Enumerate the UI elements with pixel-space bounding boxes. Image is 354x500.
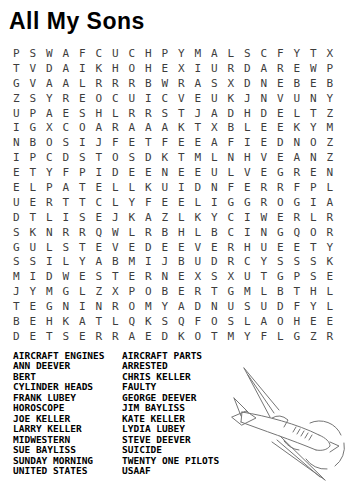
- grid-cell[interactable]: A: [41, 106, 58, 121]
- grid-cell[interactable]: T: [173, 150, 190, 165]
- grid-cell[interactable]: G: [289, 329, 306, 344]
- grid-cell[interactable]: O: [272, 314, 289, 329]
- grid-cell[interactable]: P: [305, 180, 322, 195]
- grid-cell[interactable]: N: [256, 91, 273, 106]
- grid-cell[interactable]: I: [239, 210, 256, 225]
- grid-cell[interactable]: H: [289, 314, 306, 329]
- grid-cell[interactable]: G: [41, 299, 58, 314]
- grid-cell[interactable]: L: [107, 106, 124, 121]
- grid-cell[interactable]: A: [190, 76, 207, 91]
- grid-cell[interactable]: N: [322, 165, 339, 180]
- grid-cell[interactable]: A: [91, 254, 108, 269]
- grid-cell[interactable]: A: [140, 210, 157, 225]
- grid-cell[interactable]: L: [223, 165, 240, 180]
- grid-cell[interactable]: A: [124, 120, 141, 135]
- grid-cell[interactable]: X: [223, 269, 240, 284]
- grid-cell[interactable]: F: [223, 180, 240, 195]
- grid-cell[interactable]: N: [305, 150, 322, 165]
- grid-cell[interactable]: L: [107, 195, 124, 210]
- grid-cell[interactable]: F: [223, 135, 240, 150]
- grid-cell[interactable]: O: [107, 150, 124, 165]
- grid-cell[interactable]: L: [173, 210, 190, 225]
- grid-cell[interactable]: I: [74, 299, 91, 314]
- grid-cell[interactable]: O: [124, 61, 141, 76]
- grid-cell[interactable]: D: [41, 269, 58, 284]
- grid-cell[interactable]: V: [25, 61, 42, 76]
- grid-cell[interactable]: O: [41, 135, 58, 150]
- grid-cell[interactable]: T: [8, 299, 25, 314]
- grid-cell[interactable]: Q: [173, 314, 190, 329]
- grid-cell[interactable]: X: [107, 284, 124, 299]
- grid-cell[interactable]: H: [239, 106, 256, 121]
- grid-cell[interactable]: E: [25, 299, 42, 314]
- grid-cell[interactable]: F: [190, 314, 207, 329]
- grid-cell[interactable]: L: [58, 254, 75, 269]
- grid-cell[interactable]: E: [206, 240, 223, 255]
- grid-cell[interactable]: Z: [157, 210, 174, 225]
- grid-cell[interactable]: A: [206, 135, 223, 150]
- grid-cell[interactable]: D: [190, 180, 207, 195]
- grid-cell[interactable]: F: [140, 195, 157, 210]
- grid-cell[interactable]: T: [25, 165, 42, 180]
- grid-cell[interactable]: B: [223, 120, 240, 135]
- grid-cell[interactable]: U: [190, 254, 207, 269]
- grid-cell[interactable]: S: [157, 314, 174, 329]
- grid-cell[interactable]: Y: [305, 299, 322, 314]
- grid-cell[interactable]: V: [107, 240, 124, 255]
- grid-cell[interactable]: Q: [289, 225, 306, 240]
- grid-cell[interactable]: R: [124, 106, 141, 121]
- grid-cell[interactable]: O: [140, 284, 157, 299]
- grid-cell[interactable]: X: [173, 61, 190, 76]
- grid-cell[interactable]: U: [223, 299, 240, 314]
- grid-cell[interactable]: W: [41, 46, 58, 61]
- grid-cell[interactable]: I: [140, 91, 157, 106]
- grid-cell[interactable]: P: [157, 46, 174, 61]
- grid-cell[interactable]: P: [8, 46, 25, 61]
- grid-cell[interactable]: Z: [322, 135, 339, 150]
- grid-cell[interactable]: R: [140, 225, 157, 240]
- grid-cell[interactable]: N: [223, 150, 240, 165]
- grid-cell[interactable]: I: [91, 165, 108, 180]
- grid-cell[interactable]: Y: [124, 195, 141, 210]
- grid-cell[interactable]: M: [41, 284, 58, 299]
- grid-cell[interactable]: B: [25, 135, 42, 150]
- grid-cell[interactable]: V: [272, 91, 289, 106]
- grid-cell[interactable]: V: [256, 150, 273, 165]
- grid-cell[interactable]: Y: [173, 46, 190, 61]
- grid-cell[interactable]: P: [322, 61, 339, 76]
- grid-cell[interactable]: E: [190, 91, 207, 106]
- grid-cell[interactable]: C: [223, 210, 240, 225]
- grid-cell[interactable]: L: [190, 195, 207, 210]
- grid-cell[interactable]: M: [239, 284, 256, 299]
- grid-cell[interactable]: R: [223, 240, 240, 255]
- grid-cell[interactable]: N: [289, 135, 306, 150]
- grid-cell[interactable]: L: [124, 225, 141, 240]
- grid-cell[interactable]: E: [289, 240, 306, 255]
- grid-cell[interactable]: U: [8, 195, 25, 210]
- grid-cell[interactable]: E: [140, 329, 157, 344]
- grid-cell[interactable]: E: [272, 210, 289, 225]
- grid-cell[interactable]: R: [124, 76, 141, 91]
- grid-cell[interactable]: K: [190, 210, 207, 225]
- grid-cell[interactable]: A: [58, 180, 75, 195]
- grid-cell[interactable]: A: [289, 150, 306, 165]
- grid-cell[interactable]: U: [107, 46, 124, 61]
- grid-cell[interactable]: B: [157, 284, 174, 299]
- grid-cell[interactable]: T: [206, 284, 223, 299]
- grid-cell[interactable]: N: [206, 299, 223, 314]
- grid-cell[interactable]: I: [190, 61, 207, 76]
- grid-cell[interactable]: E: [58, 106, 75, 121]
- grid-cell[interactable]: P: [124, 284, 141, 299]
- grid-cell[interactable]: M: [322, 120, 339, 135]
- grid-cell[interactable]: X: [41, 120, 58, 135]
- grid-cell[interactable]: J: [107, 210, 124, 225]
- grid-cell[interactable]: K: [223, 91, 240, 106]
- grid-cell[interactable]: R: [223, 254, 240, 269]
- grid-cell[interactable]: E: [25, 329, 42, 344]
- grid-cell[interactable]: N: [305, 91, 322, 106]
- grid-cell[interactable]: B: [173, 254, 190, 269]
- grid-cell[interactable]: S: [91, 269, 108, 284]
- grid-cell[interactable]: S: [25, 46, 42, 61]
- grid-cell[interactable]: S: [58, 240, 75, 255]
- grid-cell[interactable]: T: [74, 180, 91, 195]
- grid-cell[interactable]: E: [157, 240, 174, 255]
- grid-cell[interactable]: S: [206, 269, 223, 284]
- grid-cell[interactable]: E: [173, 269, 190, 284]
- grid-cell[interactable]: I: [58, 210, 75, 225]
- grid-cell[interactable]: D: [223, 106, 240, 121]
- grid-cell[interactable]: Y: [206, 210, 223, 225]
- grid-cell[interactable]: E: [305, 314, 322, 329]
- grid-cell[interactable]: E: [74, 329, 91, 344]
- grid-cell[interactable]: A: [256, 61, 273, 76]
- grid-cell[interactable]: M: [190, 46, 207, 61]
- grid-cell[interactable]: Z: [322, 106, 339, 121]
- grid-cell[interactable]: H: [140, 61, 157, 76]
- grid-cell[interactable]: N: [157, 165, 174, 180]
- grid-cell[interactable]: O: [74, 120, 91, 135]
- grid-cell[interactable]: D: [239, 76, 256, 91]
- grid-cell[interactable]: I: [8, 150, 25, 165]
- grid-cell[interactable]: W: [256, 210, 273, 225]
- grid-cell[interactable]: Y: [239, 329, 256, 344]
- grid-cell[interactable]: C: [256, 46, 273, 61]
- grid-cell[interactable]: G: [272, 225, 289, 240]
- grid-cell[interactable]: S: [289, 254, 306, 269]
- grid-cell[interactable]: C: [223, 225, 240, 240]
- grid-cell[interactable]: E: [256, 135, 273, 150]
- grid-cell[interactable]: R: [256, 180, 273, 195]
- grid-cell[interactable]: S: [58, 135, 75, 150]
- grid-cell[interactable]: E: [124, 135, 141, 150]
- grid-cell[interactable]: M: [124, 254, 141, 269]
- grid-cell[interactable]: I: [25, 269, 42, 284]
- grid-cell[interactable]: U: [8, 106, 25, 121]
- grid-cell[interactable]: E: [272, 150, 289, 165]
- grid-cell[interactable]: I: [74, 135, 91, 150]
- grid-cell[interactable]: C: [157, 91, 174, 106]
- grid-cell[interactable]: T: [8, 61, 25, 76]
- grid-cell[interactable]: N: [256, 76, 273, 91]
- grid-cell[interactable]: E: [74, 91, 91, 106]
- grid-cell[interactable]: U: [157, 180, 174, 195]
- grid-cell[interactable]: Y: [322, 91, 339, 106]
- grid-cell[interactable]: F: [58, 165, 75, 180]
- grid-cell[interactable]: N: [206, 180, 223, 195]
- grid-cell[interactable]: B: [206, 225, 223, 240]
- grid-cell[interactable]: Y: [25, 284, 42, 299]
- grid-cell[interactable]: N: [58, 299, 75, 314]
- grid-cell[interactable]: S: [74, 150, 91, 165]
- grid-cell[interactable]: E: [173, 135, 190, 150]
- grid-cell[interactable]: R: [140, 269, 157, 284]
- grid-cell[interactable]: R: [107, 329, 124, 344]
- grid-cell[interactable]: D: [58, 150, 75, 165]
- grid-cell[interactable]: R: [256, 195, 273, 210]
- grid-cell[interactable]: K: [25, 225, 42, 240]
- grid-cell[interactable]: L: [322, 284, 339, 299]
- grid-cell[interactable]: Y: [41, 165, 58, 180]
- grid-cell[interactable]: T: [256, 269, 273, 284]
- grid-cell[interactable]: S: [206, 76, 223, 91]
- grid-cell[interactable]: T: [305, 46, 322, 61]
- grid-cell[interactable]: S: [25, 254, 42, 269]
- grid-cell[interactable]: U: [256, 240, 273, 255]
- grid-cell[interactable]: S: [223, 314, 240, 329]
- grid-cell[interactable]: T: [190, 120, 207, 135]
- grid-cell[interactable]: C: [107, 91, 124, 106]
- grid-cell[interactable]: A: [206, 46, 223, 61]
- grid-cell[interactable]: K: [173, 329, 190, 344]
- grid-cell[interactable]: U: [206, 61, 223, 76]
- grid-cell[interactable]: R: [190, 284, 207, 299]
- grid-cell[interactable]: A: [58, 61, 75, 76]
- grid-cell[interactable]: U: [124, 91, 141, 106]
- grid-cell[interactable]: M: [223, 329, 240, 344]
- grid-cell[interactable]: S: [25, 91, 42, 106]
- grid-cell[interactable]: A: [322, 195, 339, 210]
- grid-cell[interactable]: V: [239, 165, 256, 180]
- grid-cell[interactable]: C: [91, 46, 108, 61]
- grid-cell[interactable]: U: [239, 269, 256, 284]
- grid-cell[interactable]: C: [41, 150, 58, 165]
- grid-cell[interactable]: D: [140, 240, 157, 255]
- grid-cell[interactable]: C: [91, 195, 108, 210]
- grid-cell[interactable]: L: [239, 314, 256, 329]
- grid-cell[interactable]: Y: [41, 91, 58, 106]
- grid-cell[interactable]: B: [272, 284, 289, 299]
- grid-cell[interactable]: H: [140, 46, 157, 61]
- grid-cell[interactable]: L: [25, 180, 42, 195]
- grid-cell[interactable]: L: [305, 210, 322, 225]
- grid-cell[interactable]: D: [239, 61, 256, 76]
- grid-cell[interactable]: Z: [8, 91, 25, 106]
- grid-cell[interactable]: S: [157, 106, 174, 121]
- grid-cell[interactable]: L: [322, 180, 339, 195]
- grid-cell[interactable]: R: [107, 76, 124, 91]
- grid-cell[interactable]: A: [58, 46, 75, 61]
- grid-cell[interactable]: E: [173, 284, 190, 299]
- grid-cell[interactable]: O: [272, 195, 289, 210]
- grid-cell[interactable]: S: [124, 150, 141, 165]
- grid-cell[interactable]: S: [305, 254, 322, 269]
- grid-cell[interactable]: S: [305, 269, 322, 284]
- grid-cell[interactable]: N: [256, 225, 273, 240]
- grid-cell[interactable]: T: [41, 329, 58, 344]
- grid-cell[interactable]: K: [157, 150, 174, 165]
- grid-cell[interactable]: R: [58, 225, 75, 240]
- grid-cell[interactable]: E: [190, 135, 207, 150]
- grid-cell[interactable]: U: [289, 91, 306, 106]
- grid-cell[interactable]: E: [140, 165, 157, 180]
- grid-cell[interactable]: E: [74, 269, 91, 284]
- grid-cell[interactable]: K: [91, 61, 108, 76]
- grid-cell[interactable]: A: [91, 120, 108, 135]
- grid-cell[interactable]: E: [256, 165, 273, 180]
- grid-cell[interactable]: L: [223, 46, 240, 61]
- grid-cell[interactable]: A: [256, 314, 273, 329]
- grid-cell[interactable]: E: [91, 240, 108, 255]
- grid-cell[interactable]: R: [91, 329, 108, 344]
- grid-cell[interactable]: S: [272, 254, 289, 269]
- grid-cell[interactable]: Y: [256, 254, 273, 269]
- grid-cell[interactable]: O: [124, 299, 141, 314]
- grid-cell[interactable]: Y: [157, 299, 174, 314]
- grid-cell[interactable]: D: [8, 210, 25, 225]
- grid-cell[interactable]: R: [140, 106, 157, 121]
- grid-cell[interactable]: J: [91, 135, 108, 150]
- grid-cell[interactable]: R: [173, 76, 190, 91]
- grid-cell[interactable]: D: [157, 329, 174, 344]
- grid-cell[interactable]: S: [8, 254, 25, 269]
- grid-cell[interactable]: E: [25, 195, 42, 210]
- grid-cell[interactable]: F: [74, 46, 91, 61]
- grid-cell[interactable]: L: [74, 76, 91, 91]
- grid-cell[interactable]: L: [74, 284, 91, 299]
- grid-cell[interactable]: R: [91, 76, 108, 91]
- grid-cell[interactable]: O: [305, 225, 322, 240]
- grid-cell[interactable]: S: [58, 329, 75, 344]
- grid-cell[interactable]: E: [322, 269, 339, 284]
- grid-cell[interactable]: Q: [91, 225, 108, 240]
- grid-cell[interactable]: E: [272, 106, 289, 121]
- grid-cell[interactable]: I: [8, 120, 25, 135]
- grid-cell[interactable]: I: [140, 254, 157, 269]
- grid-cell[interactable]: N: [8, 135, 25, 150]
- grid-cell[interactable]: S: [8, 225, 25, 240]
- grid-cell[interactable]: R: [322, 329, 339, 344]
- grid-cell[interactable]: E: [91, 180, 108, 195]
- grid-cell[interactable]: E: [124, 240, 141, 255]
- grid-cell[interactable]: E: [190, 165, 207, 180]
- grid-cell[interactable]: X: [190, 269, 207, 284]
- grid-cell[interactable]: Z: [91, 284, 108, 299]
- grid-cell[interactable]: A: [157, 120, 174, 135]
- grid-cell[interactable]: E: [272, 120, 289, 135]
- grid-cell[interactable]: E: [91, 210, 108, 225]
- grid-cell[interactable]: A: [41, 76, 58, 91]
- grid-cell[interactable]: F: [256, 329, 273, 344]
- grid-cell[interactable]: S: [239, 299, 256, 314]
- grid-cell[interactable]: M: [190, 150, 207, 165]
- grid-cell[interactable]: L: [41, 240, 58, 255]
- grid-cell[interactable]: C: [58, 120, 75, 135]
- grid-cell[interactable]: T: [74, 195, 91, 210]
- grid-cell[interactable]: U: [256, 299, 273, 314]
- grid-cell[interactable]: D: [8, 329, 25, 344]
- grid-cell[interactable]: H: [41, 314, 58, 329]
- grid-cell[interactable]: E: [8, 180, 25, 195]
- grid-cell[interactable]: F: [272, 46, 289, 61]
- grid-cell[interactable]: P: [41, 180, 58, 195]
- grid-cell[interactable]: E: [8, 165, 25, 180]
- grid-cell[interactable]: P: [74, 165, 91, 180]
- grid-cell[interactable]: F: [157, 135, 174, 150]
- grid-cell[interactable]: V: [173, 91, 190, 106]
- grid-cell[interactable]: I: [239, 225, 256, 240]
- grid-cell[interactable]: H: [173, 225, 190, 240]
- grid-cell[interactable]: Y: [305, 120, 322, 135]
- grid-cell[interactable]: E: [25, 314, 42, 329]
- grid-cell[interactable]: X: [322, 46, 339, 61]
- grid-cell[interactable]: Y: [322, 240, 339, 255]
- grid-cell[interactable]: F: [289, 180, 306, 195]
- grid-cell[interactable]: E: [173, 165, 190, 180]
- grid-cell[interactable]: I: [305, 195, 322, 210]
- grid-cell[interactable]: A: [74, 314, 91, 329]
- grid-cell[interactable]: R: [74, 225, 91, 240]
- grid-cell[interactable]: Y: [74, 254, 91, 269]
- grid-cell[interactable]: G: [223, 195, 240, 210]
- grid-cell[interactable]: K: [140, 180, 157, 195]
- grid-cell[interactable]: R: [289, 210, 306, 225]
- grid-cell[interactable]: D: [190, 299, 207, 314]
- grid-cell[interactable]: A: [140, 120, 157, 135]
- grid-cell[interactable]: A: [58, 76, 75, 91]
- grid-cell[interactable]: H: [305, 284, 322, 299]
- grid-cell[interactable]: H: [239, 240, 256, 255]
- grid-cell[interactable]: U: [206, 165, 223, 180]
- grid-cell[interactable]: L: [41, 210, 58, 225]
- grid-cell[interactable]: L: [107, 314, 124, 329]
- grid-cell[interactable]: E: [157, 61, 174, 76]
- grid-cell[interactable]: R: [272, 61, 289, 76]
- grid-cell[interactable]: A: [124, 329, 141, 344]
- grid-cell[interactable]: G: [272, 269, 289, 284]
- grid-cell[interactable]: O: [190, 329, 207, 344]
- grid-cell[interactable]: B: [140, 76, 157, 91]
- grid-cell[interactable]: E: [305, 76, 322, 91]
- grid-cell[interactable]: J: [157, 254, 174, 269]
- grid-cell[interactable]: I: [206, 195, 223, 210]
- grid-cell[interactable]: H: [107, 61, 124, 76]
- grid-cell[interactable]: M: [140, 299, 157, 314]
- grid-cell[interactable]: V: [190, 240, 207, 255]
- grid-cell[interactable]: D: [206, 254, 223, 269]
- grid-cell[interactable]: E: [305, 165, 322, 180]
- grid-cell[interactable]: Y: [289, 46, 306, 61]
- grid-cell[interactable]: N: [91, 299, 108, 314]
- grid-cell[interactable]: A: [206, 106, 223, 121]
- grid-cell[interactable]: P: [25, 106, 42, 121]
- grid-cell[interactable]: A: [173, 299, 190, 314]
- grid-cell[interactable]: Z: [305, 329, 322, 344]
- grid-cell[interactable]: S: [74, 106, 91, 121]
